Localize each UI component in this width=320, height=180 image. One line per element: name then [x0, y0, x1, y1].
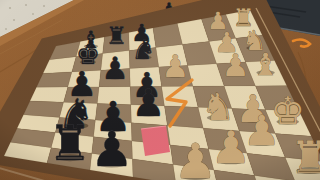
piece-black-rook-a7[interactable]: ♜	[48, 115, 91, 171]
piece-white-rook-b1[interactable]: ♜	[290, 131, 320, 180]
chessboard-photo-scene: ♟♟ ♜♟♟♜♝♞♟♞♚♝♟♟♟♟♟♟♞♟♚♞♟♟♜♟♟♜♟	[0, 0, 320, 180]
piece-white-bishop-f1[interactable]: ♝	[252, 46, 280, 82]
piece-black-rook-h6[interactable]: ♜	[106, 22, 127, 50]
piece-black-pawn-d5[interactable]: ♟	[132, 81, 166, 125]
piece-white-pawn-f4[interactable]: ♟	[161, 48, 189, 84]
scene-canvas: ♟♟ ♜♟♟♜♝♞♟♞♚♝♟♟♟♟♟♟♞♟♚♞♟♟♜♟♟♜♟	[0, 0, 320, 180]
piece-black-pawn-a6[interactable]: ♟	[90, 121, 133, 177]
piece-white-pawn-a4[interactable]: ♟	[174, 133, 217, 180]
piece-black-pawn-f6[interactable]: ♟	[101, 50, 129, 86]
piece-white-pawn-f2[interactable]: ♟	[222, 47, 250, 83]
piece-black-knight-g5[interactable]: ♞	[131, 34, 155, 65]
sticky-note[interactable]	[141, 126, 170, 156]
